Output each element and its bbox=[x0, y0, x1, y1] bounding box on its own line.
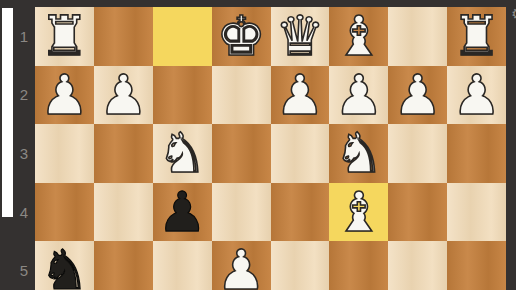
rank-label-5: 5 bbox=[13, 241, 35, 290]
white-bishop-c4[interactable]: ♝ bbox=[334, 183, 383, 242]
white-pawn-e5[interactable]: ♟ bbox=[216, 241, 265, 290]
square-d2[interactable]: ♟ bbox=[271, 66, 330, 125]
square-g3[interactable] bbox=[94, 124, 153, 183]
white-knight-c3[interactable]: ♞ bbox=[334, 124, 383, 183]
white-queen-d1[interactable]: ♛ bbox=[275, 7, 324, 66]
white-pawn-c2[interactable]: ♟ bbox=[334, 66, 383, 125]
white-pawn-h2[interactable]: ♟ bbox=[40, 66, 89, 125]
square-a2[interactable]: ♟ bbox=[447, 66, 506, 125]
square-f5[interactable] bbox=[153, 241, 212, 290]
square-h3[interactable] bbox=[35, 124, 94, 183]
square-g1[interactable] bbox=[94, 7, 153, 66]
square-c3[interactable]: ♞ bbox=[329, 124, 388, 183]
square-c1[interactable]: ♝ bbox=[329, 7, 388, 66]
white-king-e1[interactable]: ♚ bbox=[216, 7, 265, 66]
white-knight-f3[interactable]: ♞ bbox=[158, 124, 207, 183]
scrollbar-thumb[interactable] bbox=[2, 8, 13, 217]
white-rook-a1[interactable]: ♜ bbox=[452, 7, 501, 66]
white-rook-h1[interactable]: ♜ bbox=[40, 7, 89, 66]
white-pawn-b2[interactable]: ♟ bbox=[393, 66, 442, 125]
white-pawn-a2[interactable]: ♟ bbox=[452, 66, 501, 125]
square-c5[interactable] bbox=[329, 241, 388, 290]
square-c2[interactable]: ♟ bbox=[329, 66, 388, 125]
square-d4[interactable] bbox=[271, 183, 330, 242]
square-b5[interactable] bbox=[388, 241, 447, 290]
chess-board[interactable]: ♜♚♛♝♜♟♟♟♟♟♟♞♞♟♝♞♟ bbox=[35, 7, 506, 290]
square-d1[interactable]: ♛ bbox=[271, 7, 330, 66]
rank-label-4: 4 bbox=[13, 183, 35, 242]
square-d5[interactable] bbox=[271, 241, 330, 290]
square-b1[interactable] bbox=[388, 7, 447, 66]
square-b3[interactable] bbox=[388, 124, 447, 183]
rank-label-1: 1 bbox=[13, 7, 35, 66]
square-f2[interactable] bbox=[153, 66, 212, 125]
square-d3[interactable] bbox=[271, 124, 330, 183]
square-f1[interactable] bbox=[153, 7, 212, 66]
square-a1[interactable]: ♜ bbox=[447, 7, 506, 66]
square-g2[interactable]: ♟ bbox=[94, 66, 153, 125]
black-knight-h5[interactable]: ♞ bbox=[40, 241, 89, 290]
square-e1[interactable]: ♚ bbox=[212, 7, 271, 66]
square-f3[interactable]: ♞ bbox=[153, 124, 212, 183]
square-g5[interactable] bbox=[94, 241, 153, 290]
square-e3[interactable] bbox=[212, 124, 271, 183]
rank-label-3: 3 bbox=[13, 124, 35, 183]
square-a4[interactable] bbox=[447, 183, 506, 242]
square-h1[interactable]: ♜ bbox=[35, 7, 94, 66]
black-pawn-f4[interactable]: ♟ bbox=[158, 183, 207, 242]
square-c4[interactable]: ♝ bbox=[329, 183, 388, 242]
square-e4[interactable] bbox=[212, 183, 271, 242]
white-bishop-c1[interactable]: ♝ bbox=[334, 7, 383, 66]
rank-label-2: 2 bbox=[13, 66, 35, 125]
white-pawn-d2[interactable]: ♟ bbox=[275, 66, 324, 125]
rank-labels: 12345 bbox=[13, 0, 35, 290]
square-h4[interactable] bbox=[35, 183, 94, 242]
square-b4[interactable] bbox=[388, 183, 447, 242]
square-a5[interactable] bbox=[447, 241, 506, 290]
white-pawn-g2[interactable]: ♟ bbox=[99, 66, 148, 125]
settings-gear-icon[interactable]: ⚙ bbox=[508, 4, 516, 24]
square-h2[interactable]: ♟ bbox=[35, 66, 94, 125]
square-a3[interactable] bbox=[447, 124, 506, 183]
square-e2[interactable] bbox=[212, 66, 271, 125]
chess-app: 12345 ♜♚♛♝♜♟♟♟♟♟♟♞♞♟♝♞♟ ⚙ bbox=[0, 0, 516, 290]
square-e5[interactable]: ♟ bbox=[212, 241, 271, 290]
square-g4[interactable] bbox=[94, 183, 153, 242]
square-h5[interactable]: ♞ bbox=[35, 241, 94, 290]
square-b2[interactable]: ♟ bbox=[388, 66, 447, 125]
square-f4[interactable]: ♟ bbox=[153, 183, 212, 242]
